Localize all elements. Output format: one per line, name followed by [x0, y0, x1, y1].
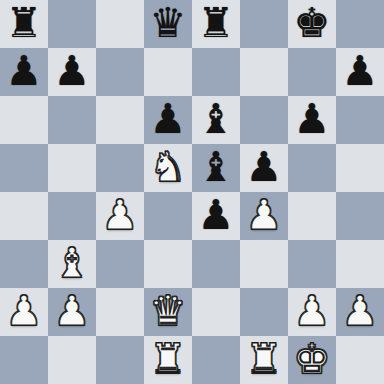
- white-pawn[interactable]: ♟: [246, 192, 283, 239]
- square-a6[interactable]: [0, 96, 48, 144]
- white-queen[interactable]: ♛: [150, 288, 187, 335]
- square-f7[interactable]: [240, 48, 288, 96]
- square-a3[interactable]: [0, 240, 48, 288]
- white-pawn[interactable]: ♟: [342, 288, 379, 335]
- square-e6[interactable]: ♝: [192, 96, 240, 144]
- square-b8[interactable]: [48, 0, 96, 48]
- square-c6[interactable]: [96, 96, 144, 144]
- square-h1[interactable]: [336, 336, 384, 384]
- white-king[interactable]: ♚: [294, 336, 331, 383]
- black-pawn[interactable]: ♟: [294, 96, 331, 143]
- square-a1[interactable]: [0, 336, 48, 384]
- square-e4[interactable]: ♟: [192, 192, 240, 240]
- square-a4[interactable]: [0, 192, 48, 240]
- square-d4[interactable]: [144, 192, 192, 240]
- square-a8[interactable]: ♜: [0, 0, 48, 48]
- black-rook[interactable]: ♜: [6, 0, 43, 47]
- black-pawn[interactable]: ♟: [54, 48, 91, 95]
- square-h5[interactable]: [336, 144, 384, 192]
- white-pawn[interactable]: ♟: [6, 288, 43, 335]
- square-c7[interactable]: [96, 48, 144, 96]
- square-c2[interactable]: [96, 288, 144, 336]
- square-b7[interactable]: ♟: [48, 48, 96, 96]
- square-f5[interactable]: ♟: [240, 144, 288, 192]
- square-g4[interactable]: [288, 192, 336, 240]
- chess-board: ♜♛♜♚♟♟♟♟♝♟♞♝♟♟♟♟♝♟♟♛♟♟♜♜♚: [0, 0, 384, 384]
- square-g8[interactable]: ♚: [288, 0, 336, 48]
- white-pawn[interactable]: ♟: [294, 288, 331, 335]
- chess-board-container: ♜♛♜♚♟♟♟♟♝♟♞♝♟♟♟♟♝♟♟♛♟♟♜♜♚: [0, 0, 384, 384]
- square-h8[interactable]: [336, 0, 384, 48]
- square-h4[interactable]: [336, 192, 384, 240]
- black-pawn[interactable]: ♟: [150, 96, 187, 143]
- square-g2[interactable]: ♟: [288, 288, 336, 336]
- square-f8[interactable]: [240, 0, 288, 48]
- square-f2[interactable]: [240, 288, 288, 336]
- square-f1[interactable]: ♜: [240, 336, 288, 384]
- square-a5[interactable]: [0, 144, 48, 192]
- black-bishop[interactable]: ♝: [198, 96, 235, 143]
- square-a2[interactable]: ♟: [0, 288, 48, 336]
- square-f3[interactable]: [240, 240, 288, 288]
- square-e3[interactable]: [192, 240, 240, 288]
- white-pawn[interactable]: ♟: [54, 288, 91, 335]
- square-e7[interactable]: [192, 48, 240, 96]
- square-g1[interactable]: ♚: [288, 336, 336, 384]
- square-a7[interactable]: ♟: [0, 48, 48, 96]
- white-rook[interactable]: ♜: [246, 336, 283, 383]
- square-g5[interactable]: [288, 144, 336, 192]
- black-pawn[interactable]: ♟: [246, 144, 283, 191]
- square-d1[interactable]: ♜: [144, 336, 192, 384]
- square-e1[interactable]: [192, 336, 240, 384]
- square-h3[interactable]: [336, 240, 384, 288]
- black-bishop[interactable]: ♝: [198, 144, 235, 191]
- square-c8[interactable]: [96, 0, 144, 48]
- square-f6[interactable]: [240, 96, 288, 144]
- square-b5[interactable]: [48, 144, 96, 192]
- square-c1[interactable]: [96, 336, 144, 384]
- white-bishop[interactable]: ♝: [54, 240, 91, 287]
- square-e2[interactable]: [192, 288, 240, 336]
- square-c3[interactable]: [96, 240, 144, 288]
- square-h7[interactable]: ♟: [336, 48, 384, 96]
- square-d3[interactable]: [144, 240, 192, 288]
- square-d6[interactable]: ♟: [144, 96, 192, 144]
- square-h6[interactable]: [336, 96, 384, 144]
- square-b6[interactable]: [48, 96, 96, 144]
- square-c5[interactable]: [96, 144, 144, 192]
- square-b3[interactable]: ♝: [48, 240, 96, 288]
- square-d2[interactable]: ♛: [144, 288, 192, 336]
- square-e5[interactable]: ♝: [192, 144, 240, 192]
- square-g7[interactable]: [288, 48, 336, 96]
- white-knight[interactable]: ♞: [150, 144, 187, 191]
- black-rook[interactable]: ♜: [198, 0, 235, 47]
- square-b4[interactable]: [48, 192, 96, 240]
- square-f4[interactable]: ♟: [240, 192, 288, 240]
- black-pawn[interactable]: ♟: [6, 48, 43, 95]
- square-d5[interactable]: ♞: [144, 144, 192, 192]
- white-rook[interactable]: ♜: [150, 336, 187, 383]
- square-g6[interactable]: ♟: [288, 96, 336, 144]
- black-queen[interactable]: ♛: [150, 0, 187, 47]
- black-pawn[interactable]: ♟: [198, 192, 235, 239]
- white-pawn[interactable]: ♟: [102, 192, 139, 239]
- square-b2[interactable]: ♟: [48, 288, 96, 336]
- square-b1[interactable]: [48, 336, 96, 384]
- square-g3[interactable]: [288, 240, 336, 288]
- square-c4[interactable]: ♟: [96, 192, 144, 240]
- square-h2[interactable]: ♟: [336, 288, 384, 336]
- black-king[interactable]: ♚: [294, 0, 331, 47]
- black-pawn[interactable]: ♟: [342, 48, 379, 95]
- square-d8[interactable]: ♛: [144, 0, 192, 48]
- square-d7[interactable]: [144, 48, 192, 96]
- square-e8[interactable]: ♜: [192, 0, 240, 48]
